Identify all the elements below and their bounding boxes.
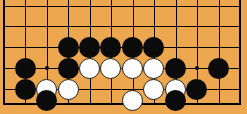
- intersection[interactable]: [207, 37, 228, 58]
- intersection[interactable]: [207, 58, 228, 79]
- intersection[interactable]: [165, 0, 186, 16]
- intersection[interactable]: [79, 79, 100, 100]
- intersection[interactable]: [100, 58, 121, 79]
- intersection[interactable]: [229, 37, 247, 58]
- intersection[interactable]: [0, 0, 14, 16]
- intersection[interactable]: [165, 37, 186, 58]
- black-stone[interactable]: [143, 37, 164, 58]
- intersection[interactable]: [207, 0, 228, 16]
- go-diagram: [0, 0, 247, 114]
- intersection[interactable]: [122, 37, 143, 58]
- intersection[interactable]: [122, 58, 143, 79]
- black-stone[interactable]: [165, 90, 186, 111]
- intersection[interactable]: [100, 79, 121, 100]
- intersection[interactable]: [143, 16, 164, 37]
- black-stone[interactable]: [165, 58, 186, 79]
- black-stone[interactable]: [79, 37, 100, 58]
- black-stone[interactable]: [186, 79, 207, 100]
- intersection[interactable]: [229, 0, 247, 16]
- white-stone[interactable]: [100, 58, 121, 79]
- intersection[interactable]: [165, 58, 186, 79]
- intersection[interactable]: [207, 100, 228, 114]
- intersection[interactable]: [0, 79, 14, 100]
- intersection[interactable]: [57, 16, 78, 37]
- black-stone[interactable]: [208, 58, 229, 79]
- intersection[interactable]: [122, 16, 143, 37]
- intersection[interactable]: [186, 100, 207, 114]
- intersection[interactable]: [100, 37, 121, 58]
- white-stone[interactable]: [143, 58, 164, 79]
- intersection[interactable]: [165, 16, 186, 37]
- white-stone[interactable]: [122, 90, 143, 111]
- black-stone[interactable]: [58, 58, 79, 79]
- intersection[interactable]: [186, 58, 207, 79]
- intersection[interactable]: [0, 37, 14, 58]
- white-stone[interactable]: [79, 58, 100, 79]
- intersection[interactable]: [100, 16, 121, 37]
- intersection[interactable]: [14, 0, 35, 16]
- intersection[interactable]: [186, 16, 207, 37]
- intersection[interactable]: [186, 79, 207, 100]
- intersection[interactable]: [186, 0, 207, 16]
- white-stone[interactable]: [58, 79, 79, 100]
- black-stone[interactable]: [15, 79, 36, 100]
- white-stone[interactable]: [122, 58, 143, 79]
- black-stone[interactable]: [15, 58, 36, 79]
- intersection[interactable]: [79, 16, 100, 37]
- intersection[interactable]: [143, 58, 164, 79]
- intersection[interactable]: [143, 100, 164, 114]
- intersection[interactable]: [57, 58, 78, 79]
- intersection[interactable]: [143, 37, 164, 58]
- intersection[interactable]: [79, 0, 100, 16]
- intersection[interactable]: [0, 16, 14, 37]
- intersection[interactable]: [100, 100, 121, 114]
- intersection[interactable]: [0, 58, 14, 79]
- intersection[interactable]: [14, 16, 35, 37]
- intersection[interactable]: [207, 79, 228, 100]
- intersection[interactable]: [57, 37, 78, 58]
- intersection[interactable]: [122, 0, 143, 16]
- intersection[interactable]: [57, 0, 78, 16]
- intersection[interactable]: [14, 37, 35, 58]
- intersection[interactable]: [229, 16, 247, 37]
- intersection[interactable]: [36, 100, 57, 114]
- white-stone[interactable]: [143, 79, 164, 100]
- go-board: [0, 0, 247, 114]
- black-stone[interactable]: [122, 37, 143, 58]
- intersection[interactable]: [122, 100, 143, 114]
- intersection[interactable]: [36, 37, 57, 58]
- intersection[interactable]: [229, 100, 247, 114]
- intersection[interactable]: [79, 100, 100, 114]
- intersection[interactable]: [79, 37, 100, 58]
- intersection[interactable]: [14, 58, 35, 79]
- intersection[interactable]: [229, 79, 247, 100]
- intersection[interactable]: [186, 37, 207, 58]
- intersection[interactable]: [36, 16, 57, 37]
- intersection[interactable]: [229, 58, 247, 79]
- intersection[interactable]: [143, 0, 164, 16]
- intersection[interactable]: [143, 79, 164, 100]
- intersection[interactable]: [0, 100, 14, 114]
- intersection[interactable]: [207, 16, 228, 37]
- intersection[interactable]: [14, 79, 35, 100]
- intersection[interactable]: [36, 0, 57, 16]
- intersection[interactable]: [14, 100, 35, 114]
- intersection[interactable]: [57, 79, 78, 100]
- black-stone[interactable]: [58, 37, 79, 58]
- intersection[interactable]: [36, 58, 57, 79]
- intersection[interactable]: [79, 58, 100, 79]
- intersection[interactable]: [165, 100, 186, 114]
- intersection[interactable]: [57, 100, 78, 114]
- intersection[interactable]: [100, 0, 121, 16]
- black-stone[interactable]: [36, 90, 57, 111]
- black-stone[interactable]: [100, 37, 121, 58]
